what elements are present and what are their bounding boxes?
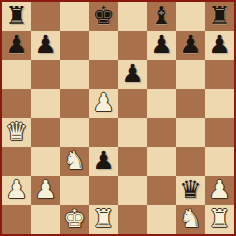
piece-white-rook[interactable]: ♜ (208, 206, 230, 231)
square-h8[interactable]: ♜ (205, 2, 234, 31)
square-h2[interactable]: ♟ (205, 176, 234, 205)
square-e4[interactable] (118, 118, 147, 147)
square-b5[interactable] (31, 89, 60, 118)
square-c2[interactable] (60, 176, 89, 205)
square-c8[interactable] (60, 2, 89, 31)
square-d8[interactable]: ♚ (89, 2, 118, 31)
square-d2[interactable] (89, 176, 118, 205)
square-g2[interactable]: ♛ (176, 176, 205, 205)
piece-black-pawn[interactable]: ♟ (121, 61, 143, 86)
square-b7[interactable]: ♟ (31, 31, 60, 60)
square-e6[interactable]: ♟ (118, 60, 147, 89)
square-e5[interactable] (118, 89, 147, 118)
square-a3[interactable] (2, 147, 31, 176)
square-c1[interactable]: ♚ (60, 205, 89, 234)
square-e1[interactable] (118, 205, 147, 234)
square-b1[interactable] (31, 205, 60, 234)
square-e8[interactable] (118, 2, 147, 31)
square-d5[interactable]: ♟ (89, 89, 118, 118)
square-e3[interactable] (118, 147, 147, 176)
square-g3[interactable] (176, 147, 205, 176)
square-c7[interactable] (60, 31, 89, 60)
piece-black-pawn[interactable]: ♟ (92, 148, 114, 173)
piece-white-pawn[interactable]: ♟ (34, 177, 56, 202)
square-e2[interactable] (118, 176, 147, 205)
square-d1[interactable]: ♜ (89, 205, 118, 234)
piece-white-pawn[interactable]: ♟ (208, 177, 230, 202)
piece-black-pawn[interactable]: ♟ (34, 32, 56, 57)
square-a1[interactable] (2, 205, 31, 234)
square-g1[interactable]: ♞ (176, 205, 205, 234)
piece-black-rook[interactable]: ♜ (5, 3, 27, 28)
square-f7[interactable]: ♟ (147, 31, 176, 60)
square-h3[interactable] (205, 147, 234, 176)
square-c5[interactable] (60, 89, 89, 118)
square-a6[interactable] (2, 60, 31, 89)
piece-black-pawn[interactable]: ♟ (208, 32, 230, 57)
square-b6[interactable] (31, 60, 60, 89)
square-f1[interactable] (147, 205, 176, 234)
square-f8[interactable]: ♝ (147, 2, 176, 31)
square-h5[interactable] (205, 89, 234, 118)
square-h4[interactable] (205, 118, 234, 147)
square-b8[interactable] (31, 2, 60, 31)
square-g6[interactable] (176, 60, 205, 89)
square-f2[interactable] (147, 176, 176, 205)
chess-board: ♜♚♝♜♟♟♟♟♟♟♟♛♞♟♟♟♛♟♚♜♞♜ (2, 2, 234, 234)
square-b4[interactable] (31, 118, 60, 147)
square-g4[interactable] (176, 118, 205, 147)
square-c3[interactable]: ♞ (60, 147, 89, 176)
square-f4[interactable] (147, 118, 176, 147)
square-h7[interactable]: ♟ (205, 31, 234, 60)
piece-white-knight[interactable]: ♞ (63, 148, 85, 173)
square-g5[interactable] (176, 89, 205, 118)
square-g7[interactable]: ♟ (176, 31, 205, 60)
square-f6[interactable] (147, 60, 176, 89)
square-h1[interactable]: ♜ (205, 205, 234, 234)
square-a8[interactable]: ♜ (2, 2, 31, 31)
piece-black-rook[interactable]: ♜ (208, 3, 230, 28)
piece-white-knight[interactable]: ♞ (179, 206, 201, 231)
piece-black-pawn[interactable]: ♟ (179, 32, 201, 57)
square-c6[interactable] (60, 60, 89, 89)
square-c4[interactable] (60, 118, 89, 147)
piece-black-queen[interactable]: ♛ (179, 177, 201, 202)
square-a2[interactable]: ♟ (2, 176, 31, 205)
square-a4[interactable]: ♛ (2, 118, 31, 147)
board-frame: ♜♚♝♜♟♟♟♟♟♟♟♛♞♟♟♟♛♟♚♜♞♜ (0, 0, 236, 236)
square-d6[interactable] (89, 60, 118, 89)
piece-white-rook[interactable]: ♜ (92, 206, 114, 231)
piece-white-pawn[interactable]: ♟ (5, 177, 27, 202)
square-a7[interactable]: ♟ (2, 31, 31, 60)
square-f5[interactable] (147, 89, 176, 118)
square-h6[interactable] (205, 60, 234, 89)
square-d4[interactable] (89, 118, 118, 147)
square-f3[interactable] (147, 147, 176, 176)
square-g8[interactable] (176, 2, 205, 31)
piece-white-king[interactable]: ♚ (63, 206, 85, 231)
piece-white-queen[interactable]: ♛ (5, 119, 27, 144)
square-d7[interactable] (89, 31, 118, 60)
piece-white-pawn[interactable]: ♟ (92, 90, 114, 115)
piece-black-pawn[interactable]: ♟ (5, 32, 27, 57)
square-d3[interactable]: ♟ (89, 147, 118, 176)
piece-black-pawn[interactable]: ♟ (150, 32, 172, 57)
piece-black-bishop[interactable]: ♝ (150, 3, 172, 28)
square-b3[interactable] (31, 147, 60, 176)
piece-black-king[interactable]: ♚ (92, 3, 114, 28)
square-e7[interactable] (118, 31, 147, 60)
square-b2[interactable]: ♟ (31, 176, 60, 205)
square-a5[interactable] (2, 89, 31, 118)
